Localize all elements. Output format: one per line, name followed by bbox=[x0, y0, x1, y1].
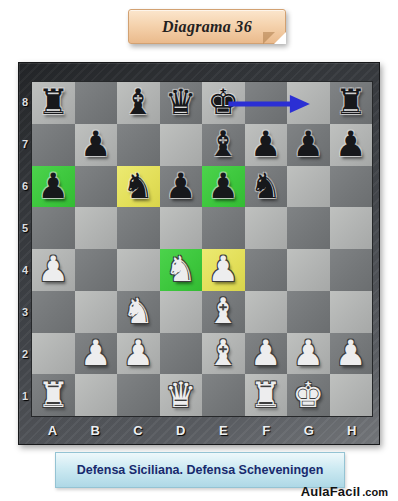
white-bishop-e3: ♝ bbox=[208, 291, 239, 332]
square-f3 bbox=[245, 291, 288, 333]
white-pawn-g2: ♟ bbox=[293, 333, 324, 374]
black-knight-f6: ♞ bbox=[250, 166, 281, 207]
file-label-a: A bbox=[31, 417, 74, 444]
diagram-title-ribbon: Diagrama 36 bbox=[128, 9, 286, 44]
square-e5 bbox=[202, 207, 245, 249]
square-d5 bbox=[160, 207, 203, 249]
rank-label-2: 2 bbox=[19, 333, 31, 375]
page: Diagrama 36 87654321 ♜♝♛♚♜♟♝♟♟♟♟♞♟♟♞♟♞♟♞… bbox=[0, 0, 398, 501]
square-a3 bbox=[32, 291, 75, 333]
square-f8 bbox=[245, 82, 288, 124]
square-e2: ♝ bbox=[202, 333, 245, 375]
square-g8 bbox=[287, 82, 330, 124]
white-pawn-a4: ♟ bbox=[38, 249, 69, 290]
white-pawn-c2: ♟ bbox=[123, 333, 154, 374]
white-pawn-f2: ♟ bbox=[250, 333, 281, 374]
file-label-f: F bbox=[245, 417, 288, 444]
square-a5 bbox=[32, 207, 75, 249]
white-rook-a1: ♜ bbox=[38, 375, 69, 416]
square-e1 bbox=[202, 374, 245, 416]
square-h4 bbox=[330, 249, 373, 291]
square-f4 bbox=[245, 249, 288, 291]
white-pawn-b2: ♟ bbox=[80, 333, 111, 374]
rank-label-6: 6 bbox=[19, 165, 31, 207]
square-e4: ♟ bbox=[202, 249, 245, 291]
black-king-e8: ♚ bbox=[208, 82, 239, 123]
square-h5 bbox=[330, 207, 373, 249]
brand-name: AulaFacil bbox=[301, 484, 361, 499]
square-a7 bbox=[32, 124, 75, 166]
rank-label-8: 8 bbox=[19, 81, 31, 123]
black-pawn-e6: ♟ bbox=[208, 166, 239, 207]
square-d6: ♟ bbox=[160, 166, 203, 208]
square-c6: ♞ bbox=[117, 166, 160, 208]
square-h7: ♟ bbox=[330, 124, 373, 166]
square-b1 bbox=[75, 374, 118, 416]
caption-text: Defensa Siciliana. Defensa Scheveningen bbox=[77, 463, 324, 477]
white-knight-c3: ♞ bbox=[123, 291, 154, 332]
square-b5 bbox=[75, 207, 118, 249]
black-pawn-d6: ♟ bbox=[165, 166, 196, 207]
diagram-title: Diagrama 36 bbox=[162, 18, 252, 36]
square-e8: ♚ bbox=[202, 82, 245, 124]
square-d7 bbox=[160, 124, 203, 166]
square-f5 bbox=[245, 207, 288, 249]
file-label-c: C bbox=[117, 417, 160, 444]
square-h1 bbox=[330, 374, 373, 416]
chess-board: ♜♝♛♚♜♟♝♟♟♟♟♞♟♟♞♟♞♟♞♝♟♟♝♟♟♟♜♛♜♚ bbox=[31, 81, 373, 417]
square-a6: ♟ bbox=[32, 166, 75, 208]
square-d3 bbox=[160, 291, 203, 333]
square-c4 bbox=[117, 249, 160, 291]
black-knight-c6: ♞ bbox=[123, 166, 154, 207]
rank-label-3: 3 bbox=[19, 291, 31, 333]
square-d8: ♛ bbox=[160, 82, 203, 124]
square-g7: ♟ bbox=[287, 124, 330, 166]
square-b7: ♟ bbox=[75, 124, 118, 166]
square-e6: ♟ bbox=[202, 166, 245, 208]
square-b4 bbox=[75, 249, 118, 291]
square-e7: ♝ bbox=[202, 124, 245, 166]
square-f2: ♟ bbox=[245, 333, 288, 375]
square-c2: ♟ bbox=[117, 333, 160, 375]
file-label-b: B bbox=[74, 417, 117, 444]
square-g1: ♚ bbox=[287, 374, 330, 416]
black-bishop-e7: ♝ bbox=[208, 124, 239, 165]
square-a1: ♜ bbox=[32, 374, 75, 416]
white-pawn-h2: ♟ bbox=[335, 333, 366, 374]
square-b6 bbox=[75, 166, 118, 208]
file-labels: ABCDEFGH bbox=[31, 417, 373, 444]
white-pawn-e4: ♟ bbox=[208, 249, 239, 290]
square-d4: ♞ bbox=[160, 249, 203, 291]
square-a2 bbox=[32, 333, 75, 375]
black-bishop-c8: ♝ bbox=[123, 82, 154, 123]
square-c3: ♞ bbox=[117, 291, 160, 333]
square-g2: ♟ bbox=[287, 333, 330, 375]
white-queen-d1: ♛ bbox=[165, 375, 196, 416]
black-queen-d8: ♛ bbox=[165, 82, 196, 123]
white-king-g1: ♚ bbox=[293, 375, 324, 416]
square-g4 bbox=[287, 249, 330, 291]
caption-box: Defensa Siciliana. Defensa Scheveningen bbox=[55, 452, 345, 488]
square-a8: ♜ bbox=[32, 82, 75, 124]
file-label-g: G bbox=[288, 417, 331, 444]
square-a4: ♟ bbox=[32, 249, 75, 291]
square-c1 bbox=[117, 374, 160, 416]
black-pawn-f7: ♟ bbox=[250, 124, 281, 165]
file-label-e: E bbox=[202, 417, 245, 444]
square-f1: ♜ bbox=[245, 374, 288, 416]
square-b3 bbox=[75, 291, 118, 333]
square-c8: ♝ bbox=[117, 82, 160, 124]
square-b2: ♟ bbox=[75, 333, 118, 375]
black-rook-a8: ♜ bbox=[38, 82, 69, 123]
square-g5 bbox=[287, 207, 330, 249]
square-d2 bbox=[160, 333, 203, 375]
square-d1: ♛ bbox=[160, 374, 203, 416]
chess-board-frame: 87654321 ♜♝♛♚♜♟♝♟♟♟♟♞♟♟♞♟♞♟♞♝♟♟♝♟♟♟♜♛♜♚ … bbox=[18, 62, 380, 445]
square-h8: ♜ bbox=[330, 82, 373, 124]
brand-tld: .com bbox=[362, 486, 388, 498]
square-g3 bbox=[287, 291, 330, 333]
square-h3 bbox=[330, 291, 373, 333]
rank-label-4: 4 bbox=[19, 249, 31, 291]
file-label-h: H bbox=[330, 417, 373, 444]
black-pawn-h7: ♟ bbox=[335, 124, 366, 165]
square-h2: ♟ bbox=[330, 333, 373, 375]
black-pawn-b7: ♟ bbox=[80, 124, 111, 165]
file-label-d: D bbox=[159, 417, 202, 444]
white-bishop-e2: ♝ bbox=[208, 333, 239, 374]
square-c5 bbox=[117, 207, 160, 249]
square-f6: ♞ bbox=[245, 166, 288, 208]
square-e3: ♝ bbox=[202, 291, 245, 333]
rank-label-7: 7 bbox=[19, 123, 31, 165]
rank-label-1: 1 bbox=[19, 375, 31, 417]
rank-labels: 87654321 bbox=[19, 81, 31, 417]
black-pawn-g7: ♟ bbox=[293, 124, 324, 165]
square-h6 bbox=[330, 166, 373, 208]
site-brand: AulaFacil .com bbox=[301, 484, 388, 499]
square-c7 bbox=[117, 124, 160, 166]
white-rook-f1: ♜ bbox=[250, 375, 281, 416]
square-b8 bbox=[75, 82, 118, 124]
white-knight-d4: ♞ bbox=[165, 249, 196, 290]
black-pawn-a6: ♟ bbox=[38, 166, 69, 207]
square-f7: ♟ bbox=[245, 124, 288, 166]
black-rook-h8: ♜ bbox=[335, 82, 366, 123]
square-g6 bbox=[287, 166, 330, 208]
rank-label-5: 5 bbox=[19, 207, 31, 249]
